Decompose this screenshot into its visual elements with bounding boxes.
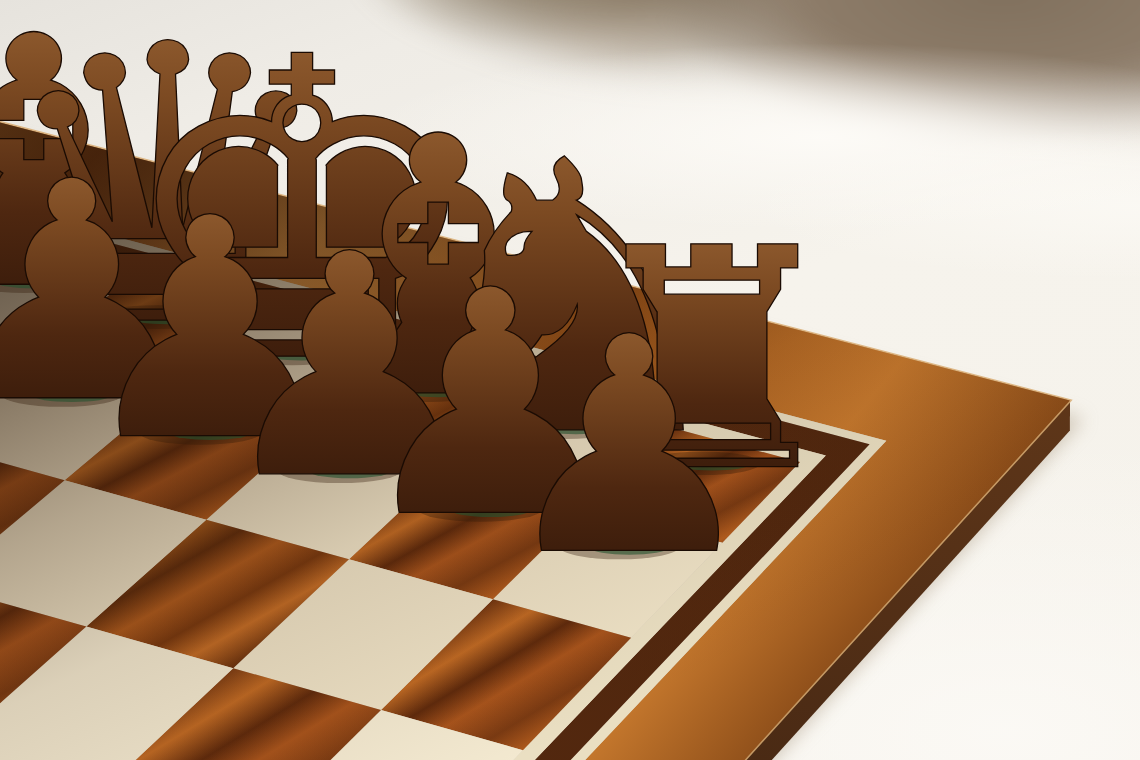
chess-set-photo-scene: ♝♛♚♝♟♞♟♜♟♟♟ [0, 0, 1140, 760]
chessboard: ♝♛♚♝♟♞♟♜♟♟♟ [0, 0, 1140, 760]
piece-pawn-h2[interactable]: ♟ [496, 273, 763, 620]
